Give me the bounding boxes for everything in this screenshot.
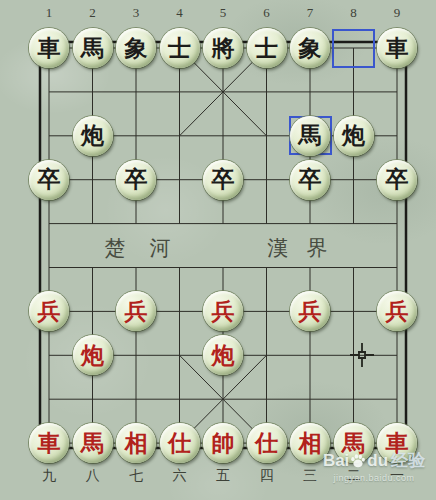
river-label: 界 [305,236,329,260]
piece-red-a[interactable]: 仕 [160,423,200,463]
river-label: 河 [148,236,172,260]
file-number-label: 7 [299,5,321,21]
piece-black-r[interactable]: 車 [377,28,417,68]
file-cn-label: 五 [212,468,234,484]
piece-red-n[interactable]: 馬 [73,423,113,463]
file-number-label: 6 [256,5,278,21]
piece-black-a[interactable]: 士 [160,28,200,68]
piece-black-p[interactable]: 卒 [290,160,330,200]
file-number-label: 5 [212,5,234,21]
watermark-logo: Bai du 经验 [311,449,436,472]
file-cn-label: 八 [82,468,104,484]
piece-red-a[interactable]: 仕 [247,423,287,463]
baidu-paw-icon [350,453,366,469]
piece-black-b[interactable]: 象 [290,28,330,68]
piece-black-c[interactable]: 炮 [334,116,374,156]
river-label: 楚 [103,236,127,260]
piece-red-r[interactable]: 車 [29,423,69,463]
file-number-label: 1 [38,5,60,21]
watermark-text-right: du [367,451,388,471]
piece-red-k[interactable]: 帥 [203,423,243,463]
file-number-label: 4 [169,5,191,21]
xiangqi-board-screenshot: 123456789九八七六五四三二一 楚河漢界 車馬象士將士象車炮馬炮卒卒卒卒卒… [0,0,436,500]
file-number-label: 9 [386,5,408,21]
piece-black-p[interactable]: 卒 [377,160,417,200]
piece-black-a[interactable]: 士 [247,28,287,68]
piece-black-n[interactable]: 馬 [73,28,113,68]
file-cn-label: 四 [256,468,278,484]
piece-black-k[interactable]: 將 [203,28,243,68]
file-cn-label: 七 [125,468,147,484]
river-label: 漢 [266,236,290,260]
piece-black-b[interactable]: 象 [116,28,156,68]
watermark-suffix: 经验 [391,449,425,472]
piece-black-n[interactable]: 馬 [290,116,330,156]
watermark-text-left: Bai [323,451,349,471]
file-number-label: 3 [125,5,147,21]
piece-red-b[interactable]: 相 [116,423,156,463]
crosshair-cursor [349,342,375,368]
file-cn-label: 九 [38,468,60,484]
file-cn-label: 六 [169,468,191,484]
piece-black-p[interactable]: 卒 [116,160,156,200]
piece-black-r[interactable]: 車 [29,28,69,68]
file-number-label: 2 [82,5,104,21]
piece-black-p[interactable]: 卒 [29,160,69,200]
piece-black-p[interactable]: 卒 [203,160,243,200]
watermark-url: jingyan.baidu.com [311,473,436,483]
last-move-highlight [332,29,375,68]
baidu-jingyan-watermark: Bai du 经验 jingyan.baidu.com [311,449,436,483]
file-number-label: 8 [343,5,365,21]
piece-red-c[interactable]: 炮 [73,335,113,375]
piece-black-c[interactable]: 炮 [73,116,113,156]
